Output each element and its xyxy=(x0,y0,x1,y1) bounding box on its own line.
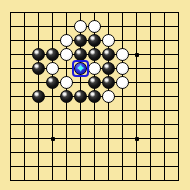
star-point xyxy=(135,137,139,141)
black-stone xyxy=(32,90,45,103)
white-stone xyxy=(116,48,129,61)
black-stone xyxy=(74,90,87,103)
star-point xyxy=(135,53,139,57)
black-stone xyxy=(88,48,101,61)
grid-line-horizontal xyxy=(10,110,179,111)
grid-line-horizontal xyxy=(10,124,179,125)
grid-line-vertical xyxy=(136,12,137,181)
white-stone xyxy=(74,20,87,33)
white-stone xyxy=(116,62,129,75)
white-stone xyxy=(46,62,59,75)
black-stone xyxy=(88,34,101,47)
grid-line-horizontal xyxy=(10,138,179,139)
grid-line-vertical xyxy=(150,12,151,181)
black-stone xyxy=(46,48,59,61)
grid-line-horizontal xyxy=(10,180,179,181)
white-stone xyxy=(102,90,115,103)
star-point xyxy=(51,137,55,141)
grid-line-vertical xyxy=(164,12,165,181)
black-stone xyxy=(74,34,87,47)
black-stone xyxy=(32,48,45,61)
black-stone xyxy=(102,62,115,75)
black-stone xyxy=(102,76,115,89)
sparkle-icon: ✦ xyxy=(72,60,89,77)
white-stone xyxy=(60,34,73,47)
white-stone xyxy=(88,20,101,33)
go-board[interactable]: ✦ xyxy=(0,0,190,190)
white-stone xyxy=(116,76,129,89)
grid-line-vertical xyxy=(122,12,123,181)
black-stone xyxy=(88,76,101,89)
black-stone xyxy=(46,76,59,89)
grid-line-horizontal xyxy=(10,166,179,167)
black-stone xyxy=(88,90,101,103)
black-stone xyxy=(102,48,115,61)
grid-line-vertical xyxy=(178,12,179,181)
white-stone xyxy=(60,76,73,89)
black-stone xyxy=(32,62,45,75)
white-stone xyxy=(88,62,101,75)
black-stone xyxy=(60,90,73,103)
white-stone xyxy=(102,34,115,47)
grid-line-horizontal xyxy=(10,152,179,153)
